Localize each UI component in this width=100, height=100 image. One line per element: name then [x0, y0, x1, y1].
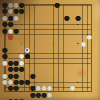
intersection[interactable]	[92, 98, 94, 100]
go-board-grid[interactable]: ●●●●●●●●●●●●●●●●●●●●●●●●●●●●●●●●●●●●●●●●…	[2, 2, 94, 94]
go-board-photo: ●●●●●●●●●●●●●●●●●●●●●●●●●●●●●●●●●●●●●●●●…	[0, 0, 100, 100]
stone-center-marker	[26, 49, 28, 51]
